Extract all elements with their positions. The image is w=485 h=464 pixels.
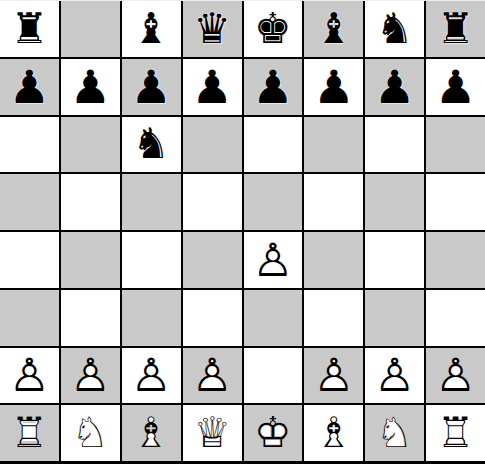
piece-white-rook: ♖ — [11, 412, 49, 454]
square-f1[interactable]: ♗ — [304, 405, 363, 461]
square-a1[interactable]: ♖ — [0, 405, 59, 461]
piece-black-queen: ♛ — [193, 8, 231, 50]
piece-white-knight: ♘ — [71, 412, 109, 454]
piece-white-queen: ♕ — [193, 412, 231, 454]
square-e6[interactable] — [244, 117, 303, 173]
piece-black-rook: ♜ — [437, 8, 475, 50]
piece-white-pawn: ♙ — [374, 352, 415, 398]
piece-black-pawn: ♟ — [70, 64, 111, 110]
square-b4[interactable] — [61, 232, 120, 288]
square-h2[interactable]: ♙ — [426, 348, 485, 404]
square-h7[interactable]: ♟ — [426, 59, 485, 115]
square-c3[interactable] — [122, 290, 181, 346]
square-f2[interactable]: ♙ — [304, 348, 363, 404]
piece-black-rook: ♜ — [11, 8, 49, 50]
piece-black-pawn: ♟ — [191, 64, 232, 110]
square-c7[interactable]: ♟ — [122, 59, 181, 115]
square-f4[interactable] — [304, 232, 363, 288]
square-g7[interactable]: ♟ — [365, 59, 424, 115]
piece-white-bishop: ♗ — [132, 412, 170, 454]
square-a4[interactable] — [0, 232, 59, 288]
piece-black-pawn: ♟ — [435, 64, 476, 110]
square-h1[interactable]: ♖ — [426, 405, 485, 461]
square-d2[interactable]: ♙ — [183, 348, 242, 404]
square-g3[interactable] — [365, 290, 424, 346]
square-b6[interactable] — [61, 117, 120, 173]
piece-black-pawn: ♟ — [9, 64, 50, 110]
piece-black-bishop: ♝ — [132, 8, 170, 50]
piece-white-pawn: ♙ — [252, 237, 293, 283]
piece-black-king: ♚ — [254, 8, 292, 50]
square-b2[interactable]: ♙ — [61, 348, 120, 404]
piece-white-pawn: ♙ — [313, 352, 354, 398]
square-c8[interactable]: ♝ — [122, 1, 181, 57]
piece-black-knight: ♞ — [132, 123, 170, 165]
piece-white-pawn: ♙ — [191, 352, 232, 398]
square-f6[interactable] — [304, 117, 363, 173]
square-e1[interactable]: ♔ — [244, 405, 303, 461]
square-h5[interactable] — [426, 174, 485, 230]
square-a5[interactable] — [0, 174, 59, 230]
square-g6[interactable] — [365, 117, 424, 173]
square-g8[interactable]: ♞ — [365, 1, 424, 57]
piece-white-pawn: ♙ — [70, 352, 111, 398]
square-d1[interactable]: ♕ — [183, 405, 242, 461]
square-d3[interactable] — [183, 290, 242, 346]
square-g4[interactable] — [365, 232, 424, 288]
square-e3[interactable] — [244, 290, 303, 346]
square-a3[interactable] — [0, 290, 59, 346]
square-e2[interactable] — [244, 348, 303, 404]
piece-black-pawn: ♟ — [374, 64, 415, 110]
piece-white-king: ♔ — [254, 412, 292, 454]
square-c4[interactable] — [122, 232, 181, 288]
square-a7[interactable]: ♟ — [0, 59, 59, 115]
square-h4[interactable] — [426, 232, 485, 288]
square-f7[interactable]: ♟ — [304, 59, 363, 115]
square-d8[interactable]: ♛ — [183, 1, 242, 57]
square-g5[interactable] — [365, 174, 424, 230]
square-d4[interactable] — [183, 232, 242, 288]
square-a6[interactable] — [0, 117, 59, 173]
square-e8[interactable]: ♚ — [244, 1, 303, 57]
square-b3[interactable] — [61, 290, 120, 346]
piece-white-knight: ♘ — [376, 412, 414, 454]
chess-board: ♜♝♛♚♝♞♜♟♟♟♟♟♟♟♟♞♙♙♙♙♙♙♙♙♖♘♗♕♔♗♘♖ — [0, 0, 485, 464]
square-d6[interactable] — [183, 117, 242, 173]
piece-black-pawn: ♟ — [252, 64, 293, 110]
square-c1[interactable]: ♗ — [122, 405, 181, 461]
square-c6[interactable]: ♞ — [122, 117, 181, 173]
piece-white-rook: ♖ — [437, 412, 475, 454]
piece-white-bishop: ♗ — [315, 412, 353, 454]
square-b1[interactable]: ♘ — [61, 405, 120, 461]
square-c2[interactable]: ♙ — [122, 348, 181, 404]
square-b5[interactable] — [61, 174, 120, 230]
piece-black-pawn: ♟ — [313, 64, 354, 110]
piece-white-pawn: ♙ — [435, 352, 476, 398]
piece-white-pawn: ♙ — [9, 352, 50, 398]
square-h8[interactable]: ♜ — [426, 1, 485, 57]
square-e4[interactable]: ♙ — [244, 232, 303, 288]
piece-black-pawn: ♟ — [131, 64, 172, 110]
square-h3[interactable] — [426, 290, 485, 346]
square-e7[interactable]: ♟ — [244, 59, 303, 115]
chess-board-window: ♜♝♛♚♝♞♜♟♟♟♟♟♟♟♟♞♙♙♙♙♙♙♙♙♖♘♗♕♔♗♘♖ — [0, 0, 485, 464]
square-f3[interactable] — [304, 290, 363, 346]
square-e5[interactable] — [244, 174, 303, 230]
square-d5[interactable] — [183, 174, 242, 230]
square-f5[interactable] — [304, 174, 363, 230]
square-c5[interactable] — [122, 174, 181, 230]
square-d7[interactable]: ♟ — [183, 59, 242, 115]
square-a8[interactable]: ♜ — [0, 1, 59, 57]
square-g2[interactable]: ♙ — [365, 348, 424, 404]
piece-black-bishop: ♝ — [315, 8, 353, 50]
square-h6[interactable] — [426, 117, 485, 173]
piece-white-pawn: ♙ — [131, 352, 172, 398]
square-g1[interactable]: ♘ — [365, 405, 424, 461]
square-b8[interactable] — [61, 1, 120, 57]
piece-black-knight: ♞ — [376, 8, 414, 50]
square-b7[interactable]: ♟ — [61, 59, 120, 115]
square-a2[interactable]: ♙ — [0, 348, 59, 404]
square-f8[interactable]: ♝ — [304, 1, 363, 57]
